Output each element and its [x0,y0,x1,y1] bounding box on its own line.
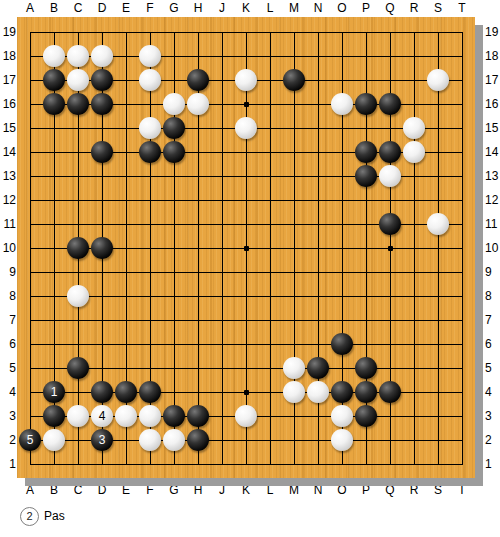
coord-bottom-Q: Q [381,483,399,497]
coord-top-E: E [117,1,135,15]
coord-right-3: 3 [485,408,500,424]
black-stone-P5[interactable] [355,357,377,379]
white-stone-R15[interactable] [403,117,425,139]
coord-right-7: 7 [485,312,500,328]
coord-top-T: T [453,1,471,15]
coord-top-R: R [405,1,423,15]
coord-top-P: P [357,1,375,15]
go-board[interactable]: 1453 [17,17,475,478]
coord-left-19: 19 [0,24,16,40]
black-stone-P13[interactable] [355,165,377,187]
white-stone-S11[interactable] [427,213,449,235]
black-stone-N5[interactable] [307,357,329,379]
coord-top-B: B [45,1,63,15]
black-stone-F14[interactable] [139,141,161,163]
black-stone-D4[interactable] [91,381,113,403]
black-stone-P3[interactable] [355,405,377,427]
pass-label: Pas [44,509,65,523]
white-stone-M5[interactable] [283,357,305,379]
coord-bottom-B: B [45,483,63,497]
coord-top-F: F [141,1,159,15]
coord-left-16: 16 [0,96,16,112]
coord-right-19: 19 [485,24,500,40]
coord-left-12: 12 [0,192,16,208]
coord-left-9: 9 [0,264,16,280]
black-stone-D14[interactable] [91,141,113,163]
coord-bottom-D: D [93,483,111,497]
black-stone-O6[interactable] [331,333,353,355]
black-stone-O4[interactable] [331,381,353,403]
black-stone-P4[interactable] [355,381,377,403]
coord-left-2: 2 [0,432,16,448]
white-stone-C17[interactable] [67,69,89,91]
black-stone-E4[interactable] [115,381,137,403]
coord-right-10: 10 [485,240,500,256]
coord-right-2: 2 [485,432,500,448]
white-move-circle-icon: 2 [20,507,39,526]
coord-right-18: 18 [485,48,500,64]
coord-right-13: 13 [485,168,500,184]
black-stone-P16[interactable] [355,93,377,115]
white-stone-Q13[interactable] [379,165,401,187]
black-stone-D17[interactable] [91,69,113,91]
white-stone-O16[interactable] [331,93,353,115]
coord-left-8: 8 [0,288,16,304]
coord-right-5: 5 [485,360,500,376]
coord-top-N: N [309,1,327,15]
coord-bottom-K: K [237,483,255,497]
coord-left-3: 3 [0,408,16,424]
coord-bottom-M: M [285,483,303,497]
coord-bottom-C: C [69,483,87,497]
coord-right-14: 14 [485,144,500,160]
white-stone-D18[interactable] [91,45,113,67]
black-stone-H17[interactable] [187,69,209,91]
black-stone-P14[interactable] [355,141,377,163]
black-stone-G3[interactable] [163,405,185,427]
coord-right-12: 12 [485,192,500,208]
white-stone-C3[interactable] [67,405,89,427]
coord-bottom-N: N [309,483,327,497]
coord-top-S: S [429,1,447,15]
coord-top-Q: Q [381,1,399,15]
black-stone-D10[interactable] [91,237,113,259]
black-stone-B4-move-1[interactable]: 1 [43,381,65,403]
coord-left-10: 10 [0,240,16,256]
coord-bottom-R: R [405,483,423,497]
coord-bottom-S: S [429,483,447,497]
white-stone-K3[interactable] [235,405,257,427]
black-stone-B16[interactable] [43,93,65,115]
white-stone-O2[interactable] [331,429,353,451]
coord-left-6: 6 [0,336,16,352]
white-stone-H16[interactable] [187,93,209,115]
coord-left-7: 7 [0,312,16,328]
coord-bottom-A: A [21,483,39,497]
black-stone-M17[interactable] [283,69,305,91]
black-stone-Q4[interactable] [379,381,401,403]
coord-right-6: 6 [485,336,500,352]
black-stone-F4[interactable] [139,381,161,403]
black-stone-H2[interactable] [187,429,209,451]
coord-left-5: 5 [0,360,16,376]
coord-right-9: 9 [485,264,500,280]
white-stone-C8[interactable] [67,285,89,307]
black-stone-G14[interactable] [163,141,185,163]
white-stone-F3[interactable] [139,405,161,427]
coord-bottom-G: G [165,483,183,497]
coord-top-L: L [261,1,279,15]
coord-top-K: K [237,1,255,15]
coord-right-11: 11 [485,216,500,232]
white-stone-M4[interactable] [283,381,305,403]
white-stone-K17[interactable] [235,69,257,91]
black-stone-A2-move-5[interactable]: 5 [19,429,41,451]
black-stone-G15[interactable] [163,117,185,139]
black-stone-C10[interactable] [67,237,89,259]
black-stone-D16[interactable] [91,93,113,115]
white-stone-B2[interactable] [43,429,65,451]
black-stone-B17[interactable] [43,69,65,91]
coord-left-11: 11 [0,216,16,232]
white-stone-B18[interactable] [43,45,65,67]
black-stone-H3[interactable] [187,405,209,427]
coord-bottom-E: E [117,483,135,497]
coord-left-4: 4 [0,384,16,400]
white-stone-G16[interactable] [163,93,185,115]
coord-bottom-T: T [453,483,471,497]
white-stone-N4[interactable] [307,381,329,403]
coord-right-1: 1 [485,456,500,472]
white-stone-F2[interactable] [139,429,161,451]
white-stone-R14[interactable] [403,141,425,163]
coord-left-13: 13 [0,168,16,184]
coord-top-D: D [93,1,111,15]
star-point-K4 [244,390,249,395]
star-point-Q10 [388,246,393,251]
coord-bottom-J: J [213,483,231,497]
coord-left-1: 1 [0,456,16,472]
coord-top-A: A [21,1,39,15]
white-stone-O3[interactable] [331,405,353,427]
coord-bottom-H: H [189,483,207,497]
black-stone-C5[interactable] [67,357,89,379]
coord-right-15: 15 [485,120,500,136]
coord-top-J: J [213,1,231,15]
black-stone-Q11[interactable] [379,213,401,235]
coord-top-M: M [285,1,303,15]
white-stone-F15[interactable] [139,117,161,139]
black-stone-B3[interactable] [43,405,65,427]
white-stone-C18[interactable] [67,45,89,67]
coord-bottom-P: P [357,483,375,497]
white-stone-F17[interactable] [139,69,161,91]
coord-right-4: 4 [485,384,500,400]
board-grid[interactable]: 1453 [30,32,463,465]
coord-right-17: 17 [485,72,500,88]
coord-left-15: 15 [0,120,16,136]
coord-right-16: 16 [485,96,500,112]
black-stone-D2-move-3[interactable]: 3 [91,429,113,451]
white-stone-G2[interactable] [163,429,185,451]
black-stone-Q14[interactable] [379,141,401,163]
coord-top-H: H [189,1,207,15]
coord-bottom-L: L [261,483,279,497]
coord-left-18: 18 [0,48,16,64]
star-point-K16 [244,102,249,107]
go-board-screen: ABCDEFGHJKLMNOPQRST ABCDEFGHJKLMNOPQRST … [0,0,500,537]
coord-left-14: 14 [0,144,16,160]
black-stone-C16[interactable] [67,93,89,115]
white-stone-S17[interactable] [427,69,449,91]
coord-bottom-O: O [333,483,351,497]
coord-top-G: G [165,1,183,15]
coord-right-8: 8 [485,288,500,304]
black-stone-Q16[interactable] [379,93,401,115]
white-stone-D3-move-4[interactable]: 4 [91,405,113,427]
coord-bottom-F: F [141,483,159,497]
coord-top-O: O [333,1,351,15]
white-stone-F18[interactable] [139,45,161,67]
star-point-K10 [244,246,249,251]
white-stone-E3[interactable] [115,405,137,427]
coord-left-17: 17 [0,72,16,88]
white-stone-K15[interactable] [235,117,257,139]
coord-top-C: C [69,1,87,15]
